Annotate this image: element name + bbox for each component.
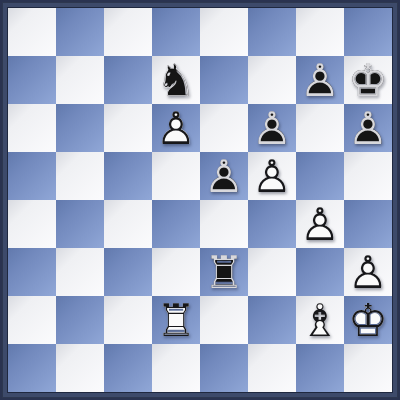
white-bishop-outline-glyph: ♗	[300, 298, 340, 343]
square-c1[interactable]	[104, 344, 152, 392]
square-g4[interactable]: ♟♙	[296, 200, 344, 248]
chess-board: ♞♘♟♙♚♔♟♙♟♙♟♙♟♙♟♙♟♙♜♖♟♙♜♖♝♗♚♔	[8, 8, 392, 392]
square-b1[interactable]	[56, 344, 104, 392]
square-g6[interactable]	[296, 104, 344, 152]
square-f7[interactable]	[248, 56, 296, 104]
piece-black-king[interactable]: ♚♔	[348, 58, 388, 103]
black-rook-outline-glyph: ♖	[204, 250, 244, 295]
square-f1[interactable]	[248, 344, 296, 392]
square-d2[interactable]: ♜♖	[152, 296, 200, 344]
piece-white-pawn[interactable]: ♟♙	[348, 250, 388, 295]
black-pawn-outline-glyph: ♙	[204, 154, 244, 199]
square-g7[interactable]: ♟♙	[296, 56, 344, 104]
white-pawn-outline-glyph: ♙	[252, 154, 292, 199]
piece-white-bishop[interactable]: ♝♗	[300, 298, 340, 343]
square-g1[interactable]	[296, 344, 344, 392]
square-d1[interactable]	[152, 344, 200, 392]
square-g2[interactable]: ♝♗	[296, 296, 344, 344]
square-e8[interactable]	[200, 8, 248, 56]
square-a5[interactable]	[8, 152, 56, 200]
square-h8[interactable]	[344, 8, 392, 56]
square-b6[interactable]	[56, 104, 104, 152]
square-b8[interactable]	[56, 8, 104, 56]
square-g8[interactable]	[296, 8, 344, 56]
piece-black-knight[interactable]: ♞♘	[156, 58, 196, 103]
square-e6[interactable]	[200, 104, 248, 152]
piece-black-pawn[interactable]: ♟♙	[348, 106, 388, 151]
square-d8[interactable]	[152, 8, 200, 56]
black-king-outline-glyph: ♔	[348, 58, 388, 103]
square-c7[interactable]	[104, 56, 152, 104]
square-b3[interactable]	[56, 248, 104, 296]
square-e2[interactable]	[200, 296, 248, 344]
square-b2[interactable]	[56, 296, 104, 344]
piece-white-king[interactable]: ♚♔	[348, 298, 388, 343]
square-c3[interactable]	[104, 248, 152, 296]
square-a4[interactable]	[8, 200, 56, 248]
square-e1[interactable]	[200, 344, 248, 392]
white-pawn-outline-glyph: ♙	[156, 106, 196, 151]
square-d6[interactable]: ♟♙	[152, 104, 200, 152]
square-c8[interactable]	[104, 8, 152, 56]
square-b7[interactable]	[56, 56, 104, 104]
square-h3[interactable]: ♟♙	[344, 248, 392, 296]
square-e7[interactable]	[200, 56, 248, 104]
square-c4[interactable]	[104, 200, 152, 248]
square-c5[interactable]	[104, 152, 152, 200]
square-b4[interactable]	[56, 200, 104, 248]
square-a7[interactable]	[8, 56, 56, 104]
piece-white-pawn[interactable]: ♟♙	[252, 154, 292, 199]
white-king-outline-glyph: ♔	[348, 298, 388, 343]
square-f3[interactable]	[248, 248, 296, 296]
square-f5[interactable]: ♟♙	[248, 152, 296, 200]
square-f8[interactable]	[248, 8, 296, 56]
square-f6[interactable]: ♟♙	[248, 104, 296, 152]
square-g3[interactable]	[296, 248, 344, 296]
square-e5[interactable]: ♟♙	[200, 152, 248, 200]
black-pawn-outline-glyph: ♙	[348, 106, 388, 151]
piece-white-rook[interactable]: ♜♖	[156, 298, 196, 343]
piece-black-pawn[interactable]: ♟♙	[300, 58, 340, 103]
piece-white-pawn[interactable]: ♟♙	[300, 202, 340, 247]
square-a3[interactable]	[8, 248, 56, 296]
square-h7[interactable]: ♚♔	[344, 56, 392, 104]
square-f2[interactable]	[248, 296, 296, 344]
black-pawn-outline-glyph: ♙	[300, 58, 340, 103]
piece-black-pawn[interactable]: ♟♙	[252, 106, 292, 151]
white-pawn-outline-glyph: ♙	[348, 250, 388, 295]
square-d7[interactable]: ♞♘	[152, 56, 200, 104]
square-c6[interactable]	[104, 104, 152, 152]
board-frame: ♞♘♟♙♚♔♟♙♟♙♟♙♟♙♟♙♟♙♜♖♟♙♜♖♝♗♚♔	[0, 0, 400, 400]
square-g5[interactable]	[296, 152, 344, 200]
square-d5[interactable]	[152, 152, 200, 200]
square-a6[interactable]	[8, 104, 56, 152]
square-e3[interactable]: ♜♖	[200, 248, 248, 296]
square-a1[interactable]	[8, 344, 56, 392]
white-rook-outline-glyph: ♖	[156, 298, 196, 343]
piece-white-pawn[interactable]: ♟♙	[156, 106, 196, 151]
square-h5[interactable]	[344, 152, 392, 200]
square-a8[interactable]	[8, 8, 56, 56]
black-knight-outline-glyph: ♘	[156, 58, 196, 103]
square-h6[interactable]: ♟♙	[344, 104, 392, 152]
square-d3[interactable]	[152, 248, 200, 296]
black-pawn-outline-glyph: ♙	[252, 106, 292, 151]
square-h2[interactable]: ♚♔	[344, 296, 392, 344]
square-b5[interactable]	[56, 152, 104, 200]
piece-black-rook[interactable]: ♜♖	[204, 250, 244, 295]
white-pawn-outline-glyph: ♙	[300, 202, 340, 247]
square-h4[interactable]	[344, 200, 392, 248]
piece-black-pawn[interactable]: ♟♙	[204, 154, 244, 199]
square-h1[interactable]	[344, 344, 392, 392]
square-c2[interactable]	[104, 296, 152, 344]
square-f4[interactable]	[248, 200, 296, 248]
square-d4[interactable]	[152, 200, 200, 248]
square-e4[interactable]	[200, 200, 248, 248]
square-a2[interactable]	[8, 296, 56, 344]
